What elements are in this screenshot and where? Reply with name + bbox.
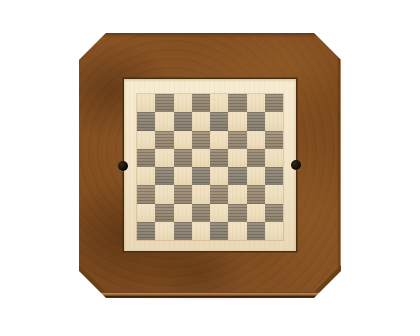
- square-c3[interactable]: [174, 185, 192, 203]
- square-d5[interactable]: [192, 149, 210, 167]
- square-h2[interactable]: [265, 204, 283, 222]
- square-f4[interactable]: [228, 167, 246, 185]
- square-d1[interactable]: [192, 222, 210, 240]
- square-e7[interactable]: [210, 112, 228, 130]
- square-b1[interactable]: [155, 222, 173, 240]
- square-e6[interactable]: [210, 131, 228, 149]
- square-d8[interactable]: [192, 94, 210, 112]
- square-f7[interactable]: [228, 112, 246, 130]
- square-h4[interactable]: [265, 167, 283, 185]
- square-e2[interactable]: [210, 204, 228, 222]
- square-b7[interactable]: [155, 112, 173, 130]
- square-a5[interactable]: [137, 149, 155, 167]
- square-b8[interactable]: [155, 94, 173, 112]
- square-b6[interactable]: [155, 131, 173, 149]
- square-h8[interactable]: [265, 94, 283, 112]
- finger-hole-left: [118, 161, 128, 171]
- board-insert: [124, 79, 296, 251]
- square-h5[interactable]: [265, 149, 283, 167]
- square-h3[interactable]: [265, 185, 283, 203]
- square-c6[interactable]: [174, 131, 192, 149]
- square-c1[interactable]: [174, 222, 192, 240]
- product-photo-canvas: [0, 0, 420, 336]
- square-c5[interactable]: [174, 149, 192, 167]
- square-g8[interactable]: [247, 94, 265, 112]
- square-b2[interactable]: [155, 204, 173, 222]
- square-c2[interactable]: [174, 204, 192, 222]
- square-e3[interactable]: [210, 185, 228, 203]
- square-a4[interactable]: [137, 167, 155, 185]
- square-a3[interactable]: [137, 185, 155, 203]
- square-g7[interactable]: [247, 112, 265, 130]
- square-g1[interactable]: [247, 222, 265, 240]
- square-e8[interactable]: [210, 94, 228, 112]
- square-c4[interactable]: [174, 167, 192, 185]
- square-a1[interactable]: [137, 222, 155, 240]
- square-e4[interactable]: [210, 167, 228, 185]
- square-a8[interactable]: [137, 94, 155, 112]
- square-b4[interactable]: [155, 167, 173, 185]
- square-f2[interactable]: [228, 204, 246, 222]
- square-b5[interactable]: [155, 149, 173, 167]
- square-a7[interactable]: [137, 112, 155, 130]
- square-h6[interactable]: [265, 131, 283, 149]
- square-a2[interactable]: [137, 204, 155, 222]
- square-e1[interactable]: [210, 222, 228, 240]
- square-d7[interactable]: [192, 112, 210, 130]
- square-c7[interactable]: [174, 112, 192, 130]
- square-g2[interactable]: [247, 204, 265, 222]
- square-d3[interactable]: [192, 185, 210, 203]
- square-g6[interactable]: [247, 131, 265, 149]
- square-d2[interactable]: [192, 204, 210, 222]
- square-f8[interactable]: [228, 94, 246, 112]
- square-h7[interactable]: [265, 112, 283, 130]
- square-f1[interactable]: [228, 222, 246, 240]
- square-d4[interactable]: [192, 167, 210, 185]
- square-h1[interactable]: [265, 222, 283, 240]
- square-f5[interactable]: [228, 149, 246, 167]
- square-g3[interactable]: [247, 185, 265, 203]
- square-a6[interactable]: [137, 131, 155, 149]
- square-b3[interactable]: [155, 185, 173, 203]
- square-d6[interactable]: [192, 131, 210, 149]
- square-g4[interactable]: [247, 167, 265, 185]
- square-g5[interactable]: [247, 149, 265, 167]
- chessboard: [137, 94, 283, 240]
- square-c8[interactable]: [174, 94, 192, 112]
- square-f6[interactable]: [228, 131, 246, 149]
- square-e5[interactable]: [210, 149, 228, 167]
- square-f3[interactable]: [228, 185, 246, 203]
- finger-hole-right: [291, 160, 301, 170]
